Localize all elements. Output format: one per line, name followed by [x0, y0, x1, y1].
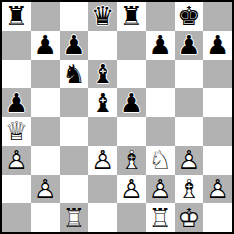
- black-pawn-glyph: ♟: [31, 31, 60, 60]
- square-d8[interactable]: ♛: [88, 2, 117, 31]
- white-king-glyph: ♔: [175, 203, 204, 232]
- square-a2[interactable]: [2, 175, 31, 204]
- white-pawn-glyph: ♙: [146, 175, 175, 204]
- square-h6[interactable]: [203, 60, 232, 89]
- square-c8[interactable]: [60, 2, 89, 31]
- square-g2[interactable]: ♝♗: [175, 175, 204, 204]
- square-g3[interactable]: ♟♙: [175, 146, 204, 175]
- square-d5[interactable]: ♝: [88, 88, 117, 117]
- square-b8[interactable]: [31, 2, 60, 31]
- square-b4[interactable]: [31, 117, 60, 146]
- square-a4[interactable]: ♛♕: [2, 117, 31, 146]
- white-pawn-glyph: ♙: [31, 175, 60, 204]
- black-bishop: ♝: [88, 88, 117, 117]
- square-b5[interactable]: [31, 88, 60, 117]
- square-d6[interactable]: ♝: [88, 60, 117, 89]
- black-king: ♚: [175, 2, 204, 31]
- square-d2[interactable]: [88, 175, 117, 204]
- square-f6[interactable]: [146, 60, 175, 89]
- black-knight: ♞: [60, 60, 89, 89]
- white-bishop-glyph: ♗: [175, 175, 204, 204]
- square-e5[interactable]: ♟: [117, 88, 146, 117]
- black-rook: ♜: [2, 2, 31, 31]
- square-b6[interactable]: [31, 60, 60, 89]
- black-pawn-glyph: ♟: [175, 31, 204, 60]
- square-f2[interactable]: ♟♙: [146, 175, 175, 204]
- square-d4[interactable]: [88, 117, 117, 146]
- square-c6[interactable]: ♞: [60, 60, 89, 89]
- square-b7[interactable]: ♟: [31, 31, 60, 60]
- black-pawn-glyph: ♟: [146, 31, 175, 60]
- square-a7[interactable]: [2, 31, 31, 60]
- square-g8[interactable]: ♚: [175, 2, 204, 31]
- black-pawn-glyph: ♟: [2, 88, 31, 117]
- black-king-glyph: ♚: [175, 2, 204, 31]
- white-pawn-glyph: ♙: [175, 146, 204, 175]
- white-knight-glyph: ♘: [146, 146, 175, 175]
- black-bishop-glyph: ♝: [88, 60, 117, 89]
- black-knight-glyph: ♞: [60, 60, 89, 89]
- square-f4[interactable]: [146, 117, 175, 146]
- white-pawn: ♟♙: [146, 175, 175, 204]
- square-g1[interactable]: ♚♔: [175, 203, 204, 232]
- square-c4[interactable]: [60, 117, 89, 146]
- square-f5[interactable]: [146, 88, 175, 117]
- black-pawn: ♟: [2, 88, 31, 117]
- square-f3[interactable]: ♞♘: [146, 146, 175, 175]
- white-pawn-glyph: ♙: [2, 146, 31, 175]
- white-pawn: ♟♙: [88, 146, 117, 175]
- square-c1[interactable]: ♜♖: [60, 203, 89, 232]
- black-pawn-glyph: ♟: [60, 31, 89, 60]
- square-e6[interactable]: [117, 60, 146, 89]
- white-pawn-glyph: ♙: [88, 146, 117, 175]
- square-b1[interactable]: [31, 203, 60, 232]
- square-a1[interactable]: [2, 203, 31, 232]
- square-e1[interactable]: [117, 203, 146, 232]
- black-pawn: ♟: [146, 31, 175, 60]
- square-a3[interactable]: ♟♙: [2, 146, 31, 175]
- white-pawn: ♟♙: [175, 146, 204, 175]
- square-f1[interactable]: ♜♖: [146, 203, 175, 232]
- square-e7[interactable]: [117, 31, 146, 60]
- square-g7[interactable]: ♟: [175, 31, 204, 60]
- white-pawn: ♟♙: [203, 175, 232, 204]
- square-g5[interactable]: [175, 88, 204, 117]
- black-rook-glyph: ♜: [117, 2, 146, 31]
- square-h5[interactable]: [203, 88, 232, 117]
- chess-board: ♜♛♜♚♟♟♟♟♟♞♝♟♝♟♛♕♟♙♟♙♝♗♞♘♟♙♟♙♟♙♟♙♝♗♟♙♜♖♜♖…: [0, 0, 234, 234]
- white-bishop: ♝♗: [175, 175, 204, 204]
- white-pawn: ♟♙: [2, 146, 31, 175]
- square-f7[interactable]: ♟: [146, 31, 175, 60]
- black-pawn: ♟: [31, 31, 60, 60]
- white-bishop-glyph: ♗: [117, 146, 146, 175]
- white-bishop: ♝♗: [117, 146, 146, 175]
- black-queen-glyph: ♛: [88, 2, 117, 31]
- black-rook: ♜: [117, 2, 146, 31]
- black-pawn: ♟: [203, 31, 232, 60]
- white-rook-glyph: ♖: [60, 203, 89, 232]
- square-h3[interactable]: [203, 146, 232, 175]
- square-c5[interactable]: [60, 88, 89, 117]
- white-pawn: ♟♙: [117, 175, 146, 204]
- black-pawn-glyph: ♟: [203, 31, 232, 60]
- black-pawn: ♟: [60, 31, 89, 60]
- square-d3[interactable]: ♟♙: [88, 146, 117, 175]
- square-a5[interactable]: ♟: [2, 88, 31, 117]
- black-pawn: ♟: [117, 88, 146, 117]
- square-e8[interactable]: ♜: [117, 2, 146, 31]
- square-e3[interactable]: ♝♗: [117, 146, 146, 175]
- square-h2[interactable]: ♟♙: [203, 175, 232, 204]
- square-b2[interactable]: ♟♙: [31, 175, 60, 204]
- square-a6[interactable]: [2, 60, 31, 89]
- white-rook: ♜♖: [60, 203, 89, 232]
- square-e2[interactable]: ♟♙: [117, 175, 146, 204]
- white-king: ♚♔: [175, 203, 204, 232]
- square-d7[interactable]: [88, 31, 117, 60]
- white-pawn: ♟♙: [31, 175, 60, 204]
- white-knight: ♞♘: [146, 146, 175, 175]
- black-pawn: ♟: [175, 31, 204, 60]
- white-pawn-glyph: ♙: [203, 175, 232, 204]
- square-g4[interactable]: [175, 117, 204, 146]
- square-a8[interactable]: ♜: [2, 2, 31, 31]
- square-h1[interactable]: [203, 203, 232, 232]
- black-pawn-glyph: ♟: [117, 88, 146, 117]
- square-h7[interactable]: ♟: [203, 31, 232, 60]
- square-c7[interactable]: ♟: [60, 31, 89, 60]
- square-e4[interactable]: [117, 117, 146, 146]
- square-d1[interactable]: [88, 203, 117, 232]
- square-c2[interactable]: [60, 175, 89, 204]
- white-rook: ♜♖: [146, 203, 175, 232]
- black-bishop: ♝: [88, 60, 117, 89]
- square-h8[interactable]: [203, 2, 232, 31]
- white-queen-glyph: ♕: [2, 117, 31, 146]
- black-rook-glyph: ♜: [2, 2, 31, 31]
- white-rook-glyph: ♖: [146, 203, 175, 232]
- square-f8[interactable]: [146, 2, 175, 31]
- white-queen: ♛♕: [2, 117, 31, 146]
- white-pawn-glyph: ♙: [117, 175, 146, 204]
- square-h4[interactable]: [203, 117, 232, 146]
- square-g6[interactable]: [175, 60, 204, 89]
- black-queen: ♛: [88, 2, 117, 31]
- black-bishop-glyph: ♝: [88, 88, 117, 117]
- square-c3[interactable]: [60, 146, 89, 175]
- square-b3[interactable]: [31, 146, 60, 175]
